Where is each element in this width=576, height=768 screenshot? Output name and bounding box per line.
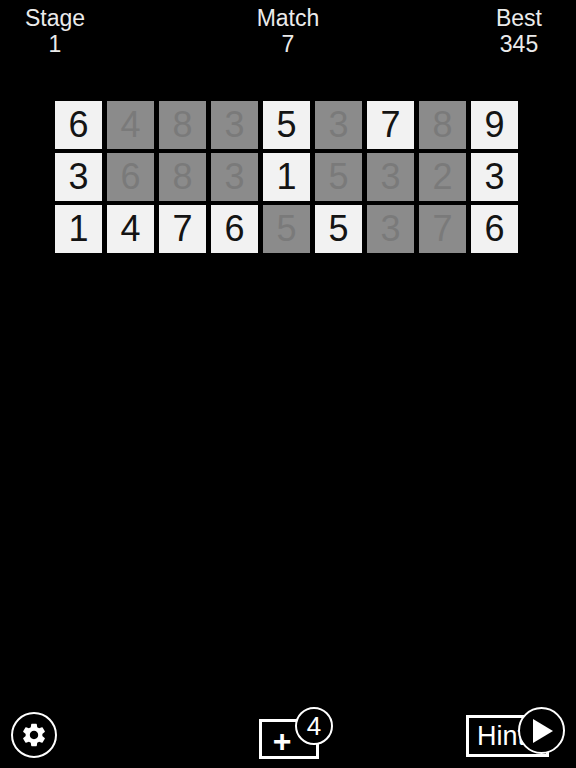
cell-matched: 8 [419,101,466,149]
cell-open[interactable]: 7 [367,101,414,149]
cell-matched: 5 [315,153,362,201]
cell-open[interactable]: 6 [471,205,518,253]
cell-open[interactable]: 1 [263,153,310,201]
hint-play-circle [518,707,565,754]
match-value: 7 [233,31,343,57]
play-icon [533,719,555,743]
cell-matched: 3 [367,153,414,201]
best-value: 345 [464,31,574,57]
stage-value: 1 [0,31,110,57]
cell-open[interactable]: 6 [55,101,102,149]
cell-matched: 3 [367,205,414,253]
cell-matched: 3 [211,101,258,149]
cell-matched: 6 [107,153,154,201]
cell-matched: 4 [107,101,154,149]
stage-label: Stage [0,5,110,31]
game-screen: Stage 1 Match 7 Best 345 648353789368315… [0,0,576,768]
add-count-badge: 4 [295,707,333,745]
cell-open[interactable]: 3 [471,153,518,201]
cell-open[interactable]: 4 [107,205,154,253]
cell-open[interactable]: 1 [55,205,102,253]
number-grid: 648353789368315323147655376 [55,101,518,253]
best-stat: Best 345 [464,5,574,57]
cell-open[interactable]: 7 [159,205,206,253]
cell-matched: 7 [419,205,466,253]
best-label: Best [464,5,574,31]
cell-open[interactable]: 5 [315,205,362,253]
cell-matched: 8 [159,101,206,149]
cell-matched: 2 [419,153,466,201]
cell-matched: 3 [211,153,258,201]
cell-matched: 3 [315,101,362,149]
add-rows-button[interactable]: + 4 [259,707,334,759]
settings-button[interactable] [11,712,57,758]
cell-matched: 5 [263,205,310,253]
cell-open[interactable]: 9 [471,101,518,149]
match-label: Match [233,5,343,31]
cell-matched: 8 [159,153,206,201]
hint-button[interactable]: Hint [466,707,566,759]
cell-open[interactable]: 5 [263,101,310,149]
stage-stat: Stage 1 [0,5,110,57]
gear-icon [20,721,48,749]
cell-open[interactable]: 3 [55,153,102,201]
plus-icon: + [273,725,292,757]
match-stat: Match 7 [233,5,343,57]
cell-open[interactable]: 6 [211,205,258,253]
